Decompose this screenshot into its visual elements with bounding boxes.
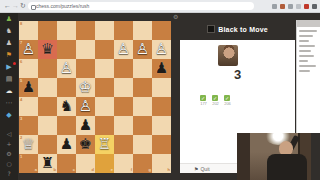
board-square[interactable] xyxy=(57,78,76,97)
board-square[interactable]: ♟ xyxy=(152,59,171,78)
profile-icon[interactable] xyxy=(312,4,317,9)
extension-panel-text-line xyxy=(299,40,309,42)
puzzles-pawn-icon[interactable]: ♟ xyxy=(0,38,18,48)
board-square[interactable] xyxy=(38,116,57,135)
rank-label: 3 xyxy=(20,117,22,121)
board-square[interactable]: ♙ xyxy=(57,59,76,78)
board-square[interactable]: d xyxy=(76,154,95,173)
address-bar[interactable]: chess.com/puzzles/rush xyxy=(28,2,254,10)
white-pawn[interactable]: ♙ xyxy=(114,40,133,59)
extension-icon-2[interactable] xyxy=(288,4,293,9)
quit-button[interactable]: Quit xyxy=(200,166,209,172)
watch-icon[interactable]: ▶ xyxy=(0,62,18,72)
file-label: d xyxy=(92,168,94,172)
rank-label: 8 xyxy=(20,22,22,26)
rank-label: 6 xyxy=(20,60,22,64)
extension-panel-text-line xyxy=(299,35,313,37)
move-indicator: Black to Move xyxy=(180,22,295,36)
board-square[interactable] xyxy=(95,78,114,97)
file-label: e xyxy=(111,168,113,172)
board-square[interactable]: ♟ xyxy=(57,135,76,154)
board-square[interactable] xyxy=(114,59,133,78)
search-icon[interactable]: ○ xyxy=(0,160,18,168)
black-king[interactable]: ♚ xyxy=(76,135,95,154)
board-square[interactable] xyxy=(95,116,114,135)
board-square[interactable] xyxy=(114,116,133,135)
extension-panel-text-line xyxy=(299,45,315,47)
board-square[interactable] xyxy=(38,21,57,40)
board-square[interactable] xyxy=(114,135,133,154)
white-pawn[interactable]: ♙ xyxy=(19,40,38,59)
black-knight[interactable]: ♞ xyxy=(57,97,76,116)
avatar xyxy=(218,45,238,66)
board-square[interactable]: c xyxy=(57,154,76,173)
board-square[interactable]: ♔ xyxy=(76,78,95,97)
webcam-person-body xyxy=(267,154,307,180)
puzzle-rating: 202 xyxy=(212,102,219,106)
board-square[interactable] xyxy=(76,59,95,78)
board-square[interactable] xyxy=(133,78,152,97)
board-square[interactable]: g xyxy=(133,154,152,173)
url-text: chess.com/puzzles/rush xyxy=(28,2,254,10)
board-square[interactable]: 2♕ xyxy=(19,135,38,154)
board-square[interactable] xyxy=(38,78,57,97)
board-square[interactable]: 8 xyxy=(19,21,38,40)
extension-icon-3[interactable] xyxy=(296,4,301,9)
translate-icon[interactable] xyxy=(280,4,285,9)
sidebar-bottom-icons: ◁+⚙○? xyxy=(0,128,18,178)
board-square[interactable]: ♛ xyxy=(38,40,57,59)
white-queen[interactable]: ♕ xyxy=(19,135,38,154)
trial-diamond-icon[interactable]: ◆ xyxy=(0,110,18,120)
board-square[interactable]: 7♙ xyxy=(19,40,38,59)
black-rook[interactable]: ♜ xyxy=(38,154,57,173)
board-square[interactable] xyxy=(114,97,133,116)
news-icon[interactable]: ▤ xyxy=(0,74,18,84)
white-rook[interactable]: ♖ xyxy=(95,135,114,154)
board-square[interactable]: 4 xyxy=(19,97,38,116)
board-square[interactable]: ♖ xyxy=(95,135,114,154)
adblock-icon[interactable] xyxy=(304,4,309,9)
quit-flag-icon: ⚑ xyxy=(194,166,198,172)
more-icon[interactable]: ⋯ xyxy=(0,98,18,108)
board-square[interactable]: ♙ xyxy=(114,40,133,59)
extension-panel-text-line xyxy=(299,30,317,32)
black-pawn[interactable]: ♟ xyxy=(76,116,95,135)
chess-board: 87♙♛♙♙♙6♙♟5♟♔4♞♙3♟2♕♟♚♖1ab♜cdefgh xyxy=(19,21,171,173)
board-square[interactable] xyxy=(152,116,171,135)
solved-puzzles-row: ✓177✓202✓206 xyxy=(200,95,231,106)
file-label: f xyxy=(131,168,132,172)
board-square[interactable] xyxy=(57,21,76,40)
board-square[interactable] xyxy=(76,21,95,40)
extension-panel-text-line xyxy=(299,60,308,62)
board-square[interactable] xyxy=(57,116,76,135)
padlock-icon xyxy=(31,5,36,10)
extension-panel-text-line xyxy=(299,70,310,72)
file-label: h xyxy=(168,168,170,172)
extension-panel-text-line xyxy=(299,50,311,52)
board-square[interactable] xyxy=(133,21,152,40)
chesscom-sidebar: ♟♞♟⚑▶▤☁⋯◆◁+⚙○? xyxy=(0,12,18,180)
black-queen[interactable]: ♛ xyxy=(38,40,57,59)
white-pawn[interactable]: ♙ xyxy=(152,40,171,59)
rank-label: 1 xyxy=(20,155,22,159)
chesscom-logo-pawn-icon[interactable]: ♟ xyxy=(0,14,18,24)
board-square[interactable]: ♟ xyxy=(76,116,95,135)
white-pawn[interactable]: ♙ xyxy=(133,40,152,59)
board-square[interactable]: e xyxy=(95,154,114,173)
solved-puzzle-correct: ✓202 xyxy=(212,95,219,106)
play-knight-icon[interactable]: ♞ xyxy=(0,26,18,36)
score-value: 3 xyxy=(180,67,295,82)
browser-toolbar: ← → ↻ chess.com/puzzles/rush xyxy=(0,0,320,13)
file-label: a xyxy=(35,168,37,172)
board-square[interactable]: ♚ xyxy=(76,135,95,154)
board-square[interactable] xyxy=(133,116,152,135)
board-square[interactable]: ♙ xyxy=(133,40,152,59)
board-square[interactable] xyxy=(95,97,114,116)
puzzle-rating: 206 xyxy=(224,102,231,106)
black-square-icon xyxy=(207,25,215,33)
board-square[interactable] xyxy=(152,21,171,40)
board-square[interactable] xyxy=(152,97,171,116)
black-pawn[interactable]: ♟ xyxy=(152,59,171,78)
sound-icon[interactable]: ◁ xyxy=(0,130,18,138)
board-square[interactable] xyxy=(152,78,171,97)
forward-icon[interactable]: → xyxy=(12,0,19,12)
black-pawn[interactable]: ♟ xyxy=(57,135,76,154)
board-square[interactable]: 1a xyxy=(19,154,38,173)
file-label: c xyxy=(73,168,75,172)
board-square[interactable] xyxy=(95,21,114,40)
settings-gear-icon[interactable]: ⚙ xyxy=(0,150,18,158)
board-square[interactable]: 5♟ xyxy=(19,78,38,97)
reload-icon[interactable]: ↻ xyxy=(20,0,26,12)
collapse-icon[interactable]: + xyxy=(0,140,18,148)
board-square[interactable] xyxy=(152,135,171,154)
board-square[interactable] xyxy=(38,135,57,154)
board-square[interactable]: ♙ xyxy=(152,40,171,59)
black-pawn[interactable]: ♟ xyxy=(19,78,38,97)
board-square[interactable] xyxy=(38,59,57,78)
board-square[interactable]: 3 xyxy=(19,116,38,135)
file-label: g xyxy=(149,168,151,172)
puzzle-rating: 177 xyxy=(200,102,207,106)
webcam-doorway-left xyxy=(237,133,250,180)
board-square[interactable] xyxy=(114,21,133,40)
back-icon[interactable]: ← xyxy=(4,0,11,12)
social-cloud-icon[interactable]: ☁ xyxy=(0,86,18,96)
board-square[interactable] xyxy=(38,97,57,116)
white-pawn[interactable]: ♙ xyxy=(57,59,76,78)
white-king[interactable]: ♔ xyxy=(76,78,95,97)
board-square[interactable]: ♞ xyxy=(57,97,76,116)
board-settings-gear-icon[interactable]: ⚙ xyxy=(173,13,178,20)
extension-panel-text-line xyxy=(299,65,316,67)
learn-flag-icon[interactable]: ⚑ xyxy=(0,50,18,60)
notification-dot xyxy=(13,62,16,65)
board-square[interactable]: h xyxy=(152,154,171,173)
board-square[interactable] xyxy=(95,40,114,59)
board-square[interactable] xyxy=(76,40,95,59)
webcam-overlay xyxy=(237,133,311,180)
board-square[interactable] xyxy=(133,97,152,116)
browser-extension-panel xyxy=(296,20,320,133)
board-square[interactable]: 6 xyxy=(19,59,38,78)
board-square[interactable] xyxy=(133,135,152,154)
rank-label: 4 xyxy=(20,98,22,102)
board-square[interactable] xyxy=(114,78,133,97)
board-square[interactable]: ♙ xyxy=(76,97,95,116)
extension-panel-text-line xyxy=(299,55,314,57)
extension-icon[interactable] xyxy=(272,4,277,9)
board-square[interactable] xyxy=(95,59,114,78)
board-square[interactable] xyxy=(133,59,152,78)
board-square[interactable] xyxy=(57,40,76,59)
solved-puzzle-correct: ✓206 xyxy=(224,95,231,106)
move-indicator-label: Black to Move xyxy=(218,26,268,33)
solved-puzzle-correct: ✓177 xyxy=(200,95,207,106)
board-square[interactable]: f xyxy=(114,154,133,173)
browser-extensions-row xyxy=(272,2,317,10)
board-square[interactable]: b♜ xyxy=(38,154,57,173)
help-icon[interactable]: ? xyxy=(0,170,18,178)
white-pawn[interactable]: ♙ xyxy=(76,97,95,116)
extension-panel-header xyxy=(297,20,320,27)
